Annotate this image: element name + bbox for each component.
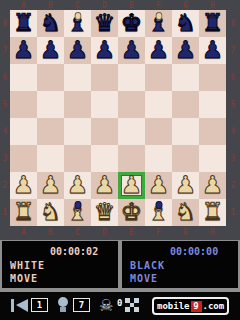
piece-black-queen: ♛	[91, 10, 118, 37]
rank-label: 3	[0, 145, 10, 172]
square-a8[interactable]: ♜	[10, 10, 37, 37]
file-labels-bottom: ABCDEFGH	[10, 226, 226, 240]
rewind-icon[interactable]	[11, 299, 29, 312]
square-b3[interactable]	[37, 145, 64, 172]
rank-label: 1	[226, 199, 240, 226]
square-d6[interactable]	[91, 64, 118, 91]
square-f1[interactable]: ♝	[145, 199, 172, 226]
rank-label: 2	[0, 172, 10, 199]
square-b5[interactable]	[37, 91, 64, 118]
square-a5[interactable]	[10, 91, 37, 118]
square-h2[interactable]: ♟	[199, 172, 226, 199]
piece-black-pawn: ♟	[145, 37, 172, 64]
black-timer: 00:00:00	[170, 246, 218, 257]
square-g4[interactable]	[172, 118, 199, 145]
square-h3[interactable]	[199, 145, 226, 172]
rank-labels-left: 87654321	[0, 10, 10, 226]
skull-icon: ☠	[99, 295, 113, 316]
piece-black-pawn: ♟	[172, 37, 199, 64]
undo-count-box: 1	[31, 298, 48, 312]
hint-count-box: 7	[73, 298, 90, 312]
rewind-triangle	[16, 299, 28, 312]
square-e7[interactable]: ♟	[118, 37, 145, 64]
piece-black-pawn: ♟	[10, 37, 37, 64]
square-g8[interactable]: ♞	[172, 10, 199, 37]
square-a2[interactable]: ♟	[10, 172, 37, 199]
piece-white-pawn: ♟	[145, 172, 172, 199]
square-f8[interactable]: ♝	[145, 10, 172, 37]
square-a3[interactable]	[10, 145, 37, 172]
square-d4[interactable]	[91, 118, 118, 145]
rank-label: 5	[0, 91, 10, 118]
square-g1[interactable]: ♞	[172, 199, 199, 226]
toolbar: 1 7 ☠ 0 mobile 9 .com	[0, 292, 240, 320]
square-e6[interactable]	[118, 64, 145, 91]
rank-label: 1	[0, 199, 10, 226]
piece-black-pawn: ♟	[64, 37, 91, 64]
piece-white-pawn: ♟	[91, 172, 118, 199]
piece-black-pawn: ♟	[37, 37, 64, 64]
square-a7[interactable]: ♟	[10, 37, 37, 64]
square-c7[interactable]: ♟	[64, 37, 91, 64]
square-b2[interactable]: ♟	[37, 172, 64, 199]
rank-label: 4	[226, 118, 240, 145]
chess-game-screen: ABCDEFGH ABCDEFGH 87654321 87654321 ♜♞♝♛…	[0, 0, 240, 320]
mobile9-watermark: mobile 9 .com	[152, 297, 229, 315]
square-f5[interactable]	[145, 91, 172, 118]
piece-black-pawn: ♟	[118, 37, 145, 64]
piece-white-pawn: ♟	[10, 172, 37, 199]
square-c6[interactable]	[64, 64, 91, 91]
square-d8[interactable]: ♛	[91, 10, 118, 37]
square-b8[interactable]: ♞	[37, 10, 64, 37]
piece-white-knight: ♞	[37, 199, 64, 226]
piece-black-pawn: ♟	[91, 37, 118, 64]
piece-white-pawn: ♟	[172, 172, 199, 199]
square-c1[interactable]: ♝	[64, 199, 91, 226]
file-label: F	[145, 226, 172, 240]
square-e3[interactable]	[118, 145, 145, 172]
black-clock-panel: 00:00:00 BLACK MOVE	[122, 241, 238, 288]
piece-black-knight: ♞	[172, 10, 199, 37]
square-c2[interactable]: ♟	[64, 172, 91, 199]
square-e4[interactable]	[118, 118, 145, 145]
square-e5[interactable]	[118, 91, 145, 118]
square-g2[interactable]: ♟	[172, 172, 199, 199]
white-timer: 00:00:02	[50, 246, 98, 257]
rank-label: 6	[0, 64, 10, 91]
piece-black-rook: ♜	[10, 10, 37, 37]
rank-labels-right: 87654321	[226, 10, 240, 226]
black-player-label: BLACK	[130, 260, 165, 271]
piece-white-knight: ♞	[172, 199, 199, 226]
square-h1[interactable]: ♜	[199, 199, 226, 226]
rank-label: 7	[0, 37, 10, 64]
file-label: D	[91, 226, 118, 240]
piece-white-rook: ♜	[199, 199, 226, 226]
bishop-cap	[74, 12, 81, 20]
square-d7[interactable]: ♟	[91, 37, 118, 64]
rank-label: 8	[0, 10, 10, 37]
square-b7[interactable]: ♟	[37, 37, 64, 64]
piece-black-pawn: ♟	[199, 37, 226, 64]
square-h6[interactable]	[199, 64, 226, 91]
rank-label: 2	[226, 172, 240, 199]
rank-label: 4	[0, 118, 10, 145]
bishop-cap	[155, 201, 162, 209]
chess-board[interactable]: ♜♞♝♛♚♝♞♜♟♟♟♟♟♟♟♟♟♟♟♟♟♟♟♟♜♞♝♛♚♝♞♜	[10, 10, 226, 226]
file-label: B	[37, 226, 64, 240]
square-c4[interactable]	[64, 118, 91, 145]
piece-white-queen: ♛	[91, 199, 118, 226]
square-h4[interactable]	[199, 118, 226, 145]
square-f7[interactable]: ♟	[145, 37, 172, 64]
white-clock-panel: 00:00:02 WHITE MOVE	[2, 241, 118, 288]
piece-white-pawn: ♟	[118, 172, 145, 199]
watermark-text-left: mobile	[157, 301, 190, 311]
square-h8[interactable]: ♜	[199, 10, 226, 37]
square-b6[interactable]	[37, 64, 64, 91]
square-f4[interactable]	[145, 118, 172, 145]
file-label: G	[172, 226, 199, 240]
square-e8[interactable]: ♚	[118, 10, 145, 37]
file-label: C	[64, 226, 91, 240]
bulb-icon[interactable]	[57, 297, 69, 313]
piece-white-king: ♚	[118, 199, 145, 226]
square-g6[interactable]	[172, 64, 199, 91]
square-g7[interactable]: ♟	[172, 37, 199, 64]
square-f6[interactable]	[145, 64, 172, 91]
piece-white-pawn: ♟	[199, 172, 226, 199]
black-move-label: MOVE	[130, 273, 158, 284]
file-label: A	[10, 226, 37, 240]
square-c8[interactable]: ♝	[64, 10, 91, 37]
square-h7[interactable]: ♟	[199, 37, 226, 64]
bulb-base	[60, 307, 66, 312]
square-d5[interactable]	[91, 91, 118, 118]
bulb-globe	[58, 297, 68, 307]
watermark-text-right: .com	[203, 301, 225, 311]
white-player-label: WHITE	[10, 260, 45, 271]
white-move-label: MOVE	[10, 273, 38, 284]
bishop-cap	[155, 12, 162, 20]
rank-label: 7	[226, 37, 240, 64]
rank-label: 3	[226, 145, 240, 172]
square-b4[interactable]	[37, 118, 64, 145]
square-a1[interactable]: ♜	[10, 199, 37, 226]
square-d3[interactable]	[91, 145, 118, 172]
square-c5[interactable]	[64, 91, 91, 118]
square-d1[interactable]: ♛	[91, 199, 118, 226]
file-label: H	[199, 226, 226, 240]
square-h5[interactable]	[199, 91, 226, 118]
square-b1[interactable]: ♞	[37, 199, 64, 226]
bishop-cap	[74, 201, 81, 209]
square-c3[interactable]	[64, 145, 91, 172]
square-g5[interactable]	[172, 91, 199, 118]
checkered-flag-icon	[125, 298, 139, 312]
square-d2[interactable]: ♟	[91, 172, 118, 199]
rank-label: 8	[226, 10, 240, 37]
square-e1[interactable]: ♚	[118, 199, 145, 226]
watermark-digit: 9	[191, 301, 202, 312]
piece-white-pawn: ♟	[37, 172, 64, 199]
rewind-bar	[11, 299, 14, 312]
piece-white-rook: ♜	[10, 199, 37, 226]
skull-count: 0	[117, 298, 122, 308]
piece-black-rook: ♜	[199, 10, 226, 37]
square-a4[interactable]	[10, 118, 37, 145]
square-e2[interactable]: ♟	[118, 172, 145, 199]
rank-label: 6	[226, 64, 240, 91]
square-f2[interactable]: ♟	[145, 172, 172, 199]
rank-label: 5	[226, 91, 240, 118]
piece-black-king: ♚	[118, 10, 145, 37]
file-label: E	[118, 226, 145, 240]
square-a6[interactable]	[10, 64, 37, 91]
square-g3[interactable]	[172, 145, 199, 172]
piece-white-pawn: ♟	[64, 172, 91, 199]
piece-black-knight: ♞	[37, 10, 64, 37]
square-f3[interactable]	[145, 145, 172, 172]
chess-board-frame: ABCDEFGH ABCDEFGH 87654321 87654321 ♜♞♝♛…	[0, 0, 240, 240]
